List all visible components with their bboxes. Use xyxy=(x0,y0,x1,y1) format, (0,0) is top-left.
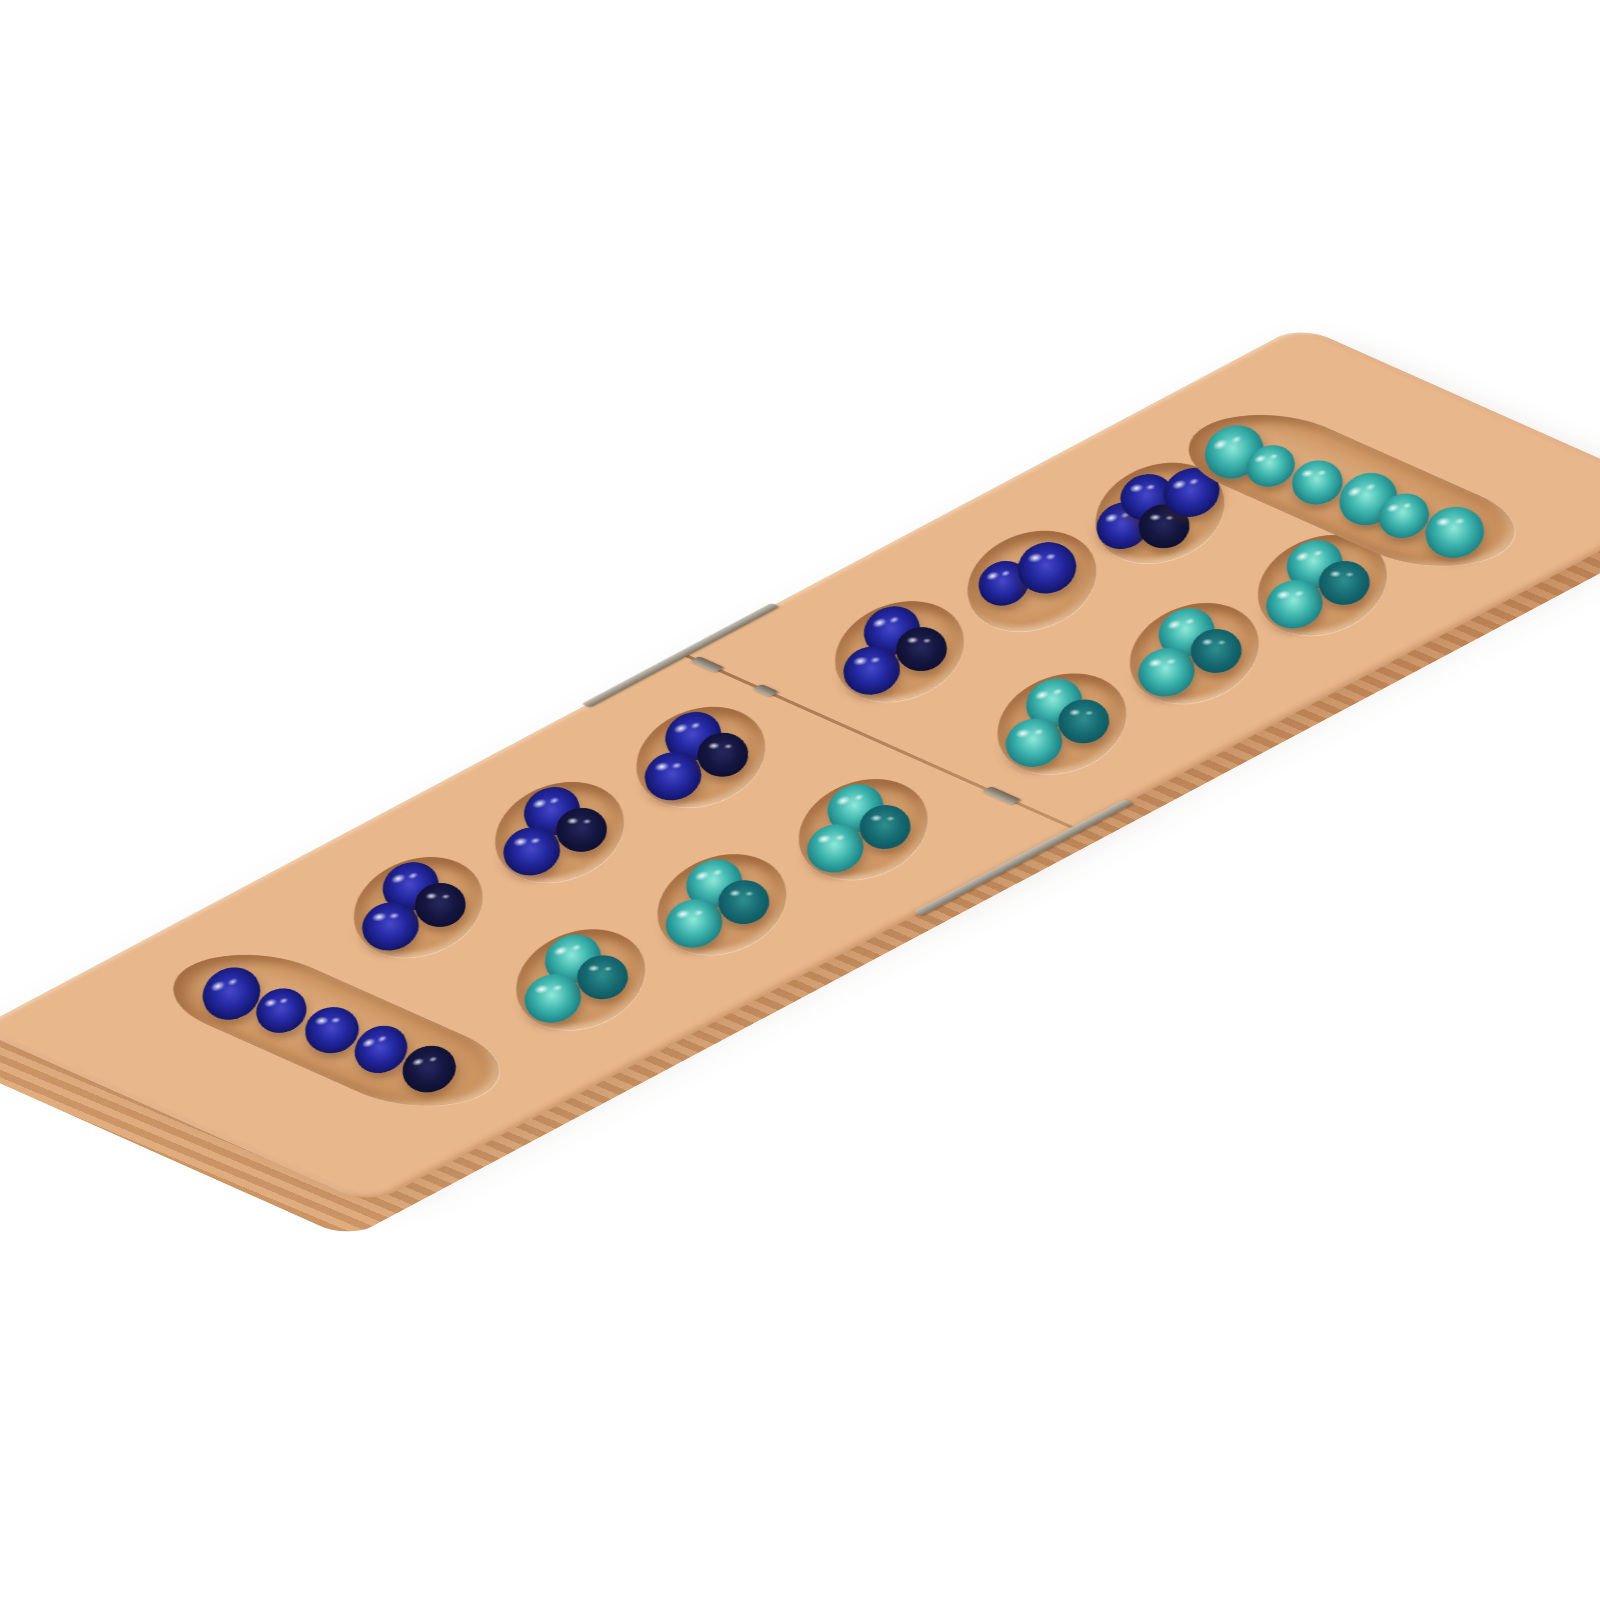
pit-blue-5[interactable] xyxy=(954,514,1110,648)
blue-pit-row xyxy=(0,325,1300,1029)
hinge-knuckle-icon xyxy=(981,786,1021,805)
pit-teal-1[interactable] xyxy=(503,913,659,1047)
product-photo-scene xyxy=(0,0,1600,1600)
pit-blue-3[interactable] xyxy=(623,690,779,824)
hinge-knuckle-icon xyxy=(689,656,724,673)
pit-teal-5[interactable] xyxy=(1116,586,1272,720)
hinge-bottom-edge-icon xyxy=(913,799,1134,916)
store-blue-left[interactable] xyxy=(138,938,534,1123)
gem-teal xyxy=(1421,502,1488,562)
pit-blue-2[interactable] xyxy=(482,765,638,899)
teal-pit-row xyxy=(0,325,1300,1029)
pit-teal-2[interactable] xyxy=(644,838,800,972)
mancala-board xyxy=(0,325,1600,1205)
pit-teal-4[interactable] xyxy=(984,657,1140,791)
pit-blue-4[interactable] xyxy=(822,585,978,719)
pit-teal-3[interactable] xyxy=(785,762,941,896)
pit-blue-1[interactable] xyxy=(340,840,496,974)
hinge-top-edge-icon xyxy=(581,603,779,708)
